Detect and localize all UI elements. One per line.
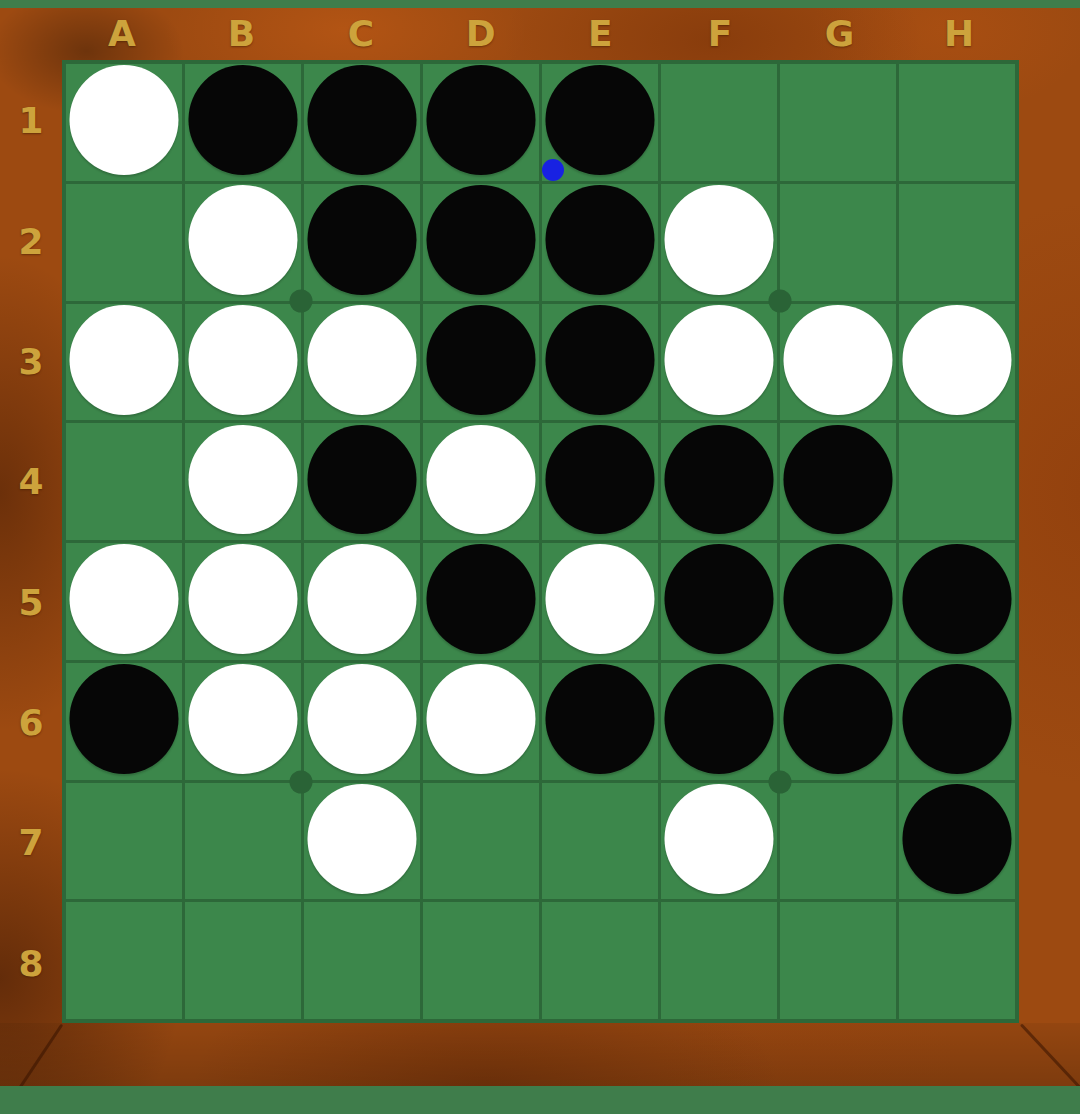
cell-H5[interactable]: [899, 543, 1015, 660]
disc-black: [783, 544, 892, 654]
column-label-G: G: [825, 13, 855, 54]
cell-E4[interactable]: [542, 423, 658, 540]
disc-black: [426, 544, 535, 654]
cell-C7[interactable]: [304, 783, 420, 900]
disc-black: [664, 425, 773, 535]
cell-G3[interactable]: [780, 304, 896, 421]
cell-H3[interactable]: [899, 304, 1015, 421]
cell-G7[interactable]: [780, 783, 896, 900]
disc-white: [69, 544, 178, 654]
cell-G4[interactable]: [780, 423, 896, 540]
cell-C4[interactable]: [304, 423, 420, 540]
disc-white: [307, 664, 416, 774]
disc-black: [783, 425, 892, 535]
column-label-A: A: [108, 13, 136, 54]
disc-black: [307, 425, 416, 535]
cell-F8[interactable]: [661, 902, 777, 1019]
disc-white: [664, 185, 773, 295]
disc-white: [188, 185, 297, 295]
cell-E3[interactable]: [542, 304, 658, 421]
row-label-2: 2: [18, 220, 43, 261]
cell-H8[interactable]: [899, 902, 1015, 1019]
disc-black: [902, 544, 1011, 654]
disc-white: [783, 305, 892, 415]
row-label-6: 6: [18, 702, 43, 743]
cell-B3[interactable]: [185, 304, 301, 421]
cell-A6[interactable]: [66, 663, 182, 780]
disc-black: [902, 784, 1011, 894]
disc-black: [664, 544, 773, 654]
cell-F4[interactable]: [661, 423, 777, 540]
cell-G2[interactable]: [780, 184, 896, 301]
cell-E1[interactable]: [542, 64, 658, 181]
disc-black: [426, 185, 535, 295]
column-label-E: E: [588, 13, 613, 54]
cell-F5[interactable]: [661, 543, 777, 660]
cell-B1[interactable]: [185, 64, 301, 181]
disc-white: [188, 425, 297, 535]
bottom-edge-strip: [0, 1086, 1080, 1114]
cell-D5[interactable]: [423, 543, 539, 660]
cell-H2[interactable]: [899, 184, 1015, 301]
othello-board: [62, 60, 1019, 1023]
cell-F1[interactable]: [661, 64, 777, 181]
disc-black: [545, 425, 654, 535]
disc-white: [426, 664, 535, 774]
row-label-1: 1: [18, 100, 43, 141]
cell-C5[interactable]: [304, 543, 420, 660]
disc-white: [307, 305, 416, 415]
cell-H7[interactable]: [899, 783, 1015, 900]
cell-G1[interactable]: [780, 64, 896, 181]
cell-A8[interactable]: [66, 902, 182, 1019]
cell-B5[interactable]: [185, 543, 301, 660]
disc-black: [426, 65, 535, 175]
cell-C3[interactable]: [304, 304, 420, 421]
row-label-7: 7: [18, 822, 43, 863]
disc-white: [664, 305, 773, 415]
row-label-8: 8: [18, 942, 43, 983]
disc-white: [664, 784, 773, 894]
cell-H6[interactable]: [899, 663, 1015, 780]
cell-A2[interactable]: [66, 184, 182, 301]
disc-white: [307, 784, 416, 894]
cell-C6[interactable]: [304, 663, 420, 780]
cell-E5[interactable]: [542, 543, 658, 660]
cell-E2[interactable]: [542, 184, 658, 301]
disc-black: [426, 305, 535, 415]
cell-D7[interactable]: [423, 783, 539, 900]
cell-E7[interactable]: [542, 783, 658, 900]
cell-D6[interactable]: [423, 663, 539, 780]
row-label-5: 5: [18, 581, 43, 622]
disc-white: [188, 305, 297, 415]
disc-white: [426, 425, 535, 535]
cell-D1[interactable]: [423, 64, 539, 181]
cell-A7[interactable]: [66, 783, 182, 900]
disc-white: [69, 305, 178, 415]
disc-black: [664, 664, 773, 774]
top-edge-strip: [0, 0, 1080, 8]
disc-white: [307, 544, 416, 654]
disc-black: [307, 185, 416, 295]
cell-C2[interactable]: [304, 184, 420, 301]
column-label-D: D: [466, 13, 496, 54]
frame-bottom-shade: [0, 1023, 1080, 1086]
disc-white: [902, 305, 1011, 415]
cell-A5[interactable]: [66, 543, 182, 660]
cell-G5[interactable]: [780, 543, 896, 660]
column-label-F: F: [708, 13, 733, 54]
cell-D2[interactable]: [423, 184, 539, 301]
board-area: [62, 60, 1019, 1023]
cell-B2[interactable]: [185, 184, 301, 301]
disc-black: [69, 664, 178, 774]
cell-H4[interactable]: [899, 423, 1015, 540]
cell-F2[interactable]: [661, 184, 777, 301]
disc-black: [902, 664, 1011, 774]
row-label-4: 4: [18, 461, 43, 502]
cell-E6[interactable]: [542, 663, 658, 780]
cell-A3[interactable]: [66, 304, 182, 421]
column-label-C: C: [348, 13, 374, 54]
disc-black: [783, 664, 892, 774]
cell-D8[interactable]: [423, 902, 539, 1019]
cell-H1[interactable]: [899, 64, 1015, 181]
cell-D4[interactable]: [423, 423, 539, 540]
cell-F3[interactable]: [661, 304, 777, 421]
disc-white: [545, 544, 654, 654]
othello-app: ABCDEFGH 12345678: [0, 0, 1080, 1114]
disc-white: [69, 65, 178, 175]
cell-F6[interactable]: [661, 663, 777, 780]
cell-B4[interactable]: [185, 423, 301, 540]
disc-black: [307, 65, 416, 175]
disc-white: [188, 544, 297, 654]
cell-C8[interactable]: [304, 902, 420, 1019]
cell-D3[interactable]: [423, 304, 539, 421]
column-label-B: B: [228, 13, 255, 54]
disc-black: [545, 65, 654, 175]
cell-C1[interactable]: [304, 64, 420, 181]
cell-A1[interactable]: [66, 64, 182, 181]
cell-B8[interactable]: [185, 902, 301, 1019]
cell-B6[interactable]: [185, 663, 301, 780]
disc-black: [545, 185, 654, 295]
cell-E8[interactable]: [542, 902, 658, 1019]
disc-black: [545, 305, 654, 415]
disc-white: [188, 664, 297, 774]
cell-G6[interactable]: [780, 663, 896, 780]
cell-B7[interactable]: [185, 783, 301, 900]
disc-black: [545, 664, 654, 774]
cell-G8[interactable]: [780, 902, 896, 1019]
disc-black: [188, 65, 297, 175]
row-label-3: 3: [18, 340, 43, 381]
cell-A4[interactable]: [66, 423, 182, 540]
cell-F7[interactable]: [661, 783, 777, 900]
column-label-H: H: [944, 13, 974, 54]
